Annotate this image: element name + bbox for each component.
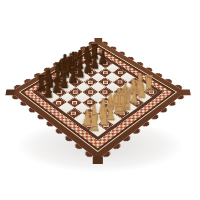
piece-black-pawn-e7: ♟ [68, 68, 78, 84]
piece-black-pawn-h7: ♟ [43, 83, 53, 99]
board-corner [92, 156, 102, 164]
inlay-diamond-motif [118, 71, 122, 74]
piece-white-rook-h1: ♜ [88, 113, 100, 133]
board-corner [181, 89, 191, 95]
inlay-diamond-motif [103, 81, 107, 84]
scene: ♜♟♟♜♞♟♟♞♝♟♟♝♛♟♟♛♚♟♟♚♝♟♟♝♞♟♟♞♜♟♟♜ [0, 0, 200, 200]
inlay-diamond-motif [72, 112, 77, 115]
playing-grid: ♜♟♟♜♞♟♟♞♝♟♟♝♛♟♟♛♚♟♟♚♝♟♟♝♞♟♟♞♜♟♟♜ [37, 55, 159, 137]
inlay-diamond-motif [57, 101, 62, 104]
square-d5 [91, 82, 106, 92]
chess-board: ♜♟♟♜♞♟♟♞♝♟♟♝♛♟♟♛♚♟♟♚♝♟♟♝♞♟♟♞♜♟♟♜ [10, 40, 185, 159]
board-corner [5, 89, 15, 95]
chess-set-photo: ♜♟♟♜♞♟♟♞♝♟♟♝♛♟♟♛♚♟♟♚♝♟♟♝♞♟♟♞♜♟♟♜ [0, 0, 200, 200]
inlay-diamond-motif [72, 101, 77, 104]
inlay-diamond-motif [88, 90, 93, 93]
